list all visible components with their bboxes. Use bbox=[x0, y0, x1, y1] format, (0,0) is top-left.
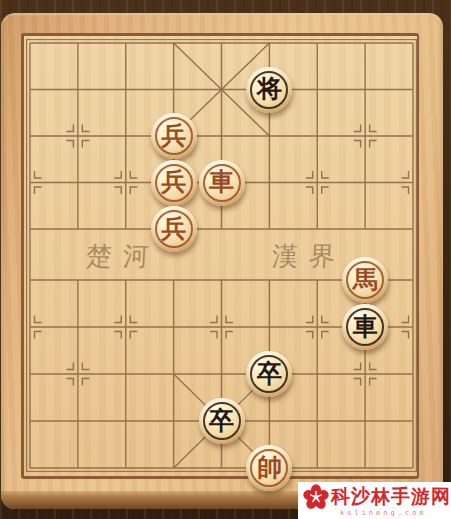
piece-character: 帥 bbox=[257, 455, 282, 480]
piece-red-soldier[interactable]: 兵 bbox=[151, 160, 197, 206]
piece-red-soldier[interactable]: 兵 bbox=[151, 206, 197, 252]
piece-character: 卒 bbox=[209, 408, 234, 433]
piece-black-chariot[interactable]: 車 bbox=[342, 304, 388, 350]
pieces-layer: 将兵兵車兵馬車卒卒帥 bbox=[30, 43, 413, 468]
xiangqi-game-screen: 楚河 漢界 将兵兵車兵馬車卒卒帥 bbox=[0, 0, 451, 519]
piece-character: 兵 bbox=[161, 216, 186, 241]
watermark: 科沙林手游网 kslineng.com bbox=[298, 482, 451, 519]
piece-black-soldier[interactable]: 卒 bbox=[199, 398, 245, 444]
piece-black-soldier[interactable]: 卒 bbox=[246, 351, 292, 397]
watermark-domain: kslineng.com bbox=[340, 509, 427, 517]
piece-red-chariot[interactable]: 車 bbox=[199, 160, 245, 206]
piece-character: 兵 bbox=[161, 169, 186, 194]
piece-character: 将 bbox=[257, 76, 282, 101]
watermark-site-name: 科沙林手游网 bbox=[331, 484, 451, 510]
piece-red-soldier[interactable]: 兵 bbox=[151, 113, 197, 159]
piece-red-horse[interactable]: 馬 bbox=[342, 257, 388, 303]
piece-character: 卒 bbox=[257, 361, 282, 386]
flower-logo-icon bbox=[301, 482, 331, 512]
piece-black-general[interactable]: 将 bbox=[246, 67, 292, 113]
piece-character: 馬 bbox=[353, 267, 378, 292]
piece-character: 兵 bbox=[161, 123, 186, 148]
piece-character: 車 bbox=[209, 169, 234, 194]
piece-character: 車 bbox=[353, 314, 378, 339]
